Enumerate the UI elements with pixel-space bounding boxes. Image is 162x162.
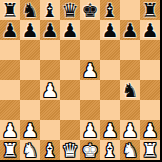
black-pawn-icon: ♟ xyxy=(41,20,58,40)
square-f5[interactable] xyxy=(100,60,120,80)
square-h2[interactable]: ♟ xyxy=(140,120,160,140)
square-c3[interactable] xyxy=(40,100,60,120)
square-g8[interactable] xyxy=(120,0,140,20)
black-pawn-icon: ♟ xyxy=(101,20,118,40)
square-g6[interactable] xyxy=(120,40,140,60)
square-f3[interactable] xyxy=(100,100,120,120)
square-h4[interactable] xyxy=(140,80,160,100)
white-pawn-icon: ♟ xyxy=(101,120,118,140)
square-d5[interactable] xyxy=(60,60,80,80)
square-d6[interactable] xyxy=(60,40,80,60)
square-e4[interactable] xyxy=(80,80,100,100)
black-pawn-icon: ♟ xyxy=(61,20,78,40)
white-pawn-icon: ♟ xyxy=(141,120,158,140)
square-h8[interactable]: ♜ xyxy=(140,0,160,20)
white-pawn-icon: ♟ xyxy=(21,120,38,140)
square-c4[interactable]: ♟ xyxy=(40,80,60,100)
square-c2[interactable] xyxy=(40,120,60,140)
square-g7[interactable]: ♟ xyxy=(120,20,140,40)
square-h7[interactable]: ♟ xyxy=(140,20,160,40)
white-pawn-icon: ♟ xyxy=(1,120,18,140)
square-h6[interactable] xyxy=(140,40,160,60)
square-g1[interactable]: ♞ xyxy=(120,140,140,160)
square-e7[interactable] xyxy=(80,20,100,40)
square-a4[interactable] xyxy=(0,80,20,100)
white-bishop-icon: ♝ xyxy=(101,140,118,160)
square-h1[interactable]: ♜ xyxy=(140,140,160,160)
square-c1[interactable]: ♝ xyxy=(40,140,60,160)
square-g4[interactable]: ♞ xyxy=(120,80,140,100)
square-b6[interactable] xyxy=(20,40,40,60)
square-a2[interactable]: ♟ xyxy=(0,120,20,140)
square-f7[interactable]: ♟ xyxy=(100,20,120,40)
square-d3[interactable] xyxy=(60,100,80,120)
white-pawn-icon: ♟ xyxy=(81,120,98,140)
square-b5[interactable] xyxy=(20,60,40,80)
square-h3[interactable] xyxy=(140,100,160,120)
square-b3[interactable] xyxy=(20,100,40,120)
black-king-icon: ♚ xyxy=(81,0,98,20)
chess-board: ♜♞♝♛♚♝♜♟♟♟♟♟♟♟♟♟♞♟♟♟♟♟♟♜♞♝♛♚♝♞♜ xyxy=(0,0,162,162)
white-rook-icon: ♜ xyxy=(1,140,18,160)
square-e2[interactable]: ♟ xyxy=(80,120,100,140)
black-knight-icon: ♞ xyxy=(21,0,38,20)
square-d7[interactable]: ♟ xyxy=(60,20,80,40)
square-f8[interactable]: ♝ xyxy=(100,0,120,20)
square-d4[interactable] xyxy=(60,80,80,100)
square-e5[interactable]: ♟ xyxy=(80,60,100,80)
square-e1[interactable]: ♚ xyxy=(80,140,100,160)
square-b8[interactable]: ♞ xyxy=(20,0,40,20)
square-c7[interactable]: ♟ xyxy=(40,20,60,40)
square-b2[interactable]: ♟ xyxy=(20,120,40,140)
square-e3[interactable] xyxy=(80,100,100,120)
white-pawn-icon: ♟ xyxy=(81,60,98,80)
black-bishop-icon: ♝ xyxy=(41,0,58,20)
square-a1[interactable]: ♜ xyxy=(0,140,20,160)
white-pawn-icon: ♟ xyxy=(121,120,138,140)
square-f4[interactable] xyxy=(100,80,120,100)
black-pawn-icon: ♟ xyxy=(21,20,38,40)
black-rook-icon: ♜ xyxy=(1,0,18,20)
square-f2[interactable]: ♟ xyxy=(100,120,120,140)
square-f1[interactable]: ♝ xyxy=(100,140,120,160)
white-queen-icon: ♛ xyxy=(61,140,78,160)
square-d2[interactable] xyxy=(60,120,80,140)
square-c5[interactable] xyxy=(40,60,60,80)
square-b7[interactable]: ♟ xyxy=(20,20,40,40)
square-f6[interactable] xyxy=(100,40,120,60)
square-a5[interactable] xyxy=(0,60,20,80)
white-knight-icon: ♞ xyxy=(121,140,138,160)
white-rook-icon: ♜ xyxy=(141,140,158,160)
square-a8[interactable]: ♜ xyxy=(0,0,20,20)
black-queen-icon: ♛ xyxy=(61,0,78,20)
square-e8[interactable]: ♚ xyxy=(80,0,100,20)
square-e6[interactable] xyxy=(80,40,100,60)
square-d8[interactable]: ♛ xyxy=(60,0,80,20)
square-g3[interactable] xyxy=(120,100,140,120)
square-a6[interactable] xyxy=(0,40,20,60)
square-a7[interactable]: ♟ xyxy=(0,20,20,40)
square-g2[interactable]: ♟ xyxy=(120,120,140,140)
black-pawn-icon: ♟ xyxy=(121,20,138,40)
white-king-icon: ♚ xyxy=(81,140,98,160)
black-pawn-icon: ♟ xyxy=(141,20,158,40)
black-knight-icon: ♞ xyxy=(121,80,138,100)
square-c6[interactable] xyxy=(40,40,60,60)
square-h5[interactable] xyxy=(140,60,160,80)
black-pawn-icon: ♟ xyxy=(1,20,18,40)
white-bishop-icon: ♝ xyxy=(41,140,58,160)
square-b4[interactable] xyxy=(20,80,40,100)
white-knight-icon: ♞ xyxy=(21,140,38,160)
square-b1[interactable]: ♞ xyxy=(20,140,40,160)
square-d1[interactable]: ♛ xyxy=(60,140,80,160)
square-a3[interactable] xyxy=(0,100,20,120)
black-bishop-icon: ♝ xyxy=(101,0,118,20)
black-rook-icon: ♜ xyxy=(141,0,158,20)
white-pawn-icon: ♟ xyxy=(41,80,58,100)
square-c8[interactable]: ♝ xyxy=(40,0,60,20)
square-g5[interactable] xyxy=(120,60,140,80)
